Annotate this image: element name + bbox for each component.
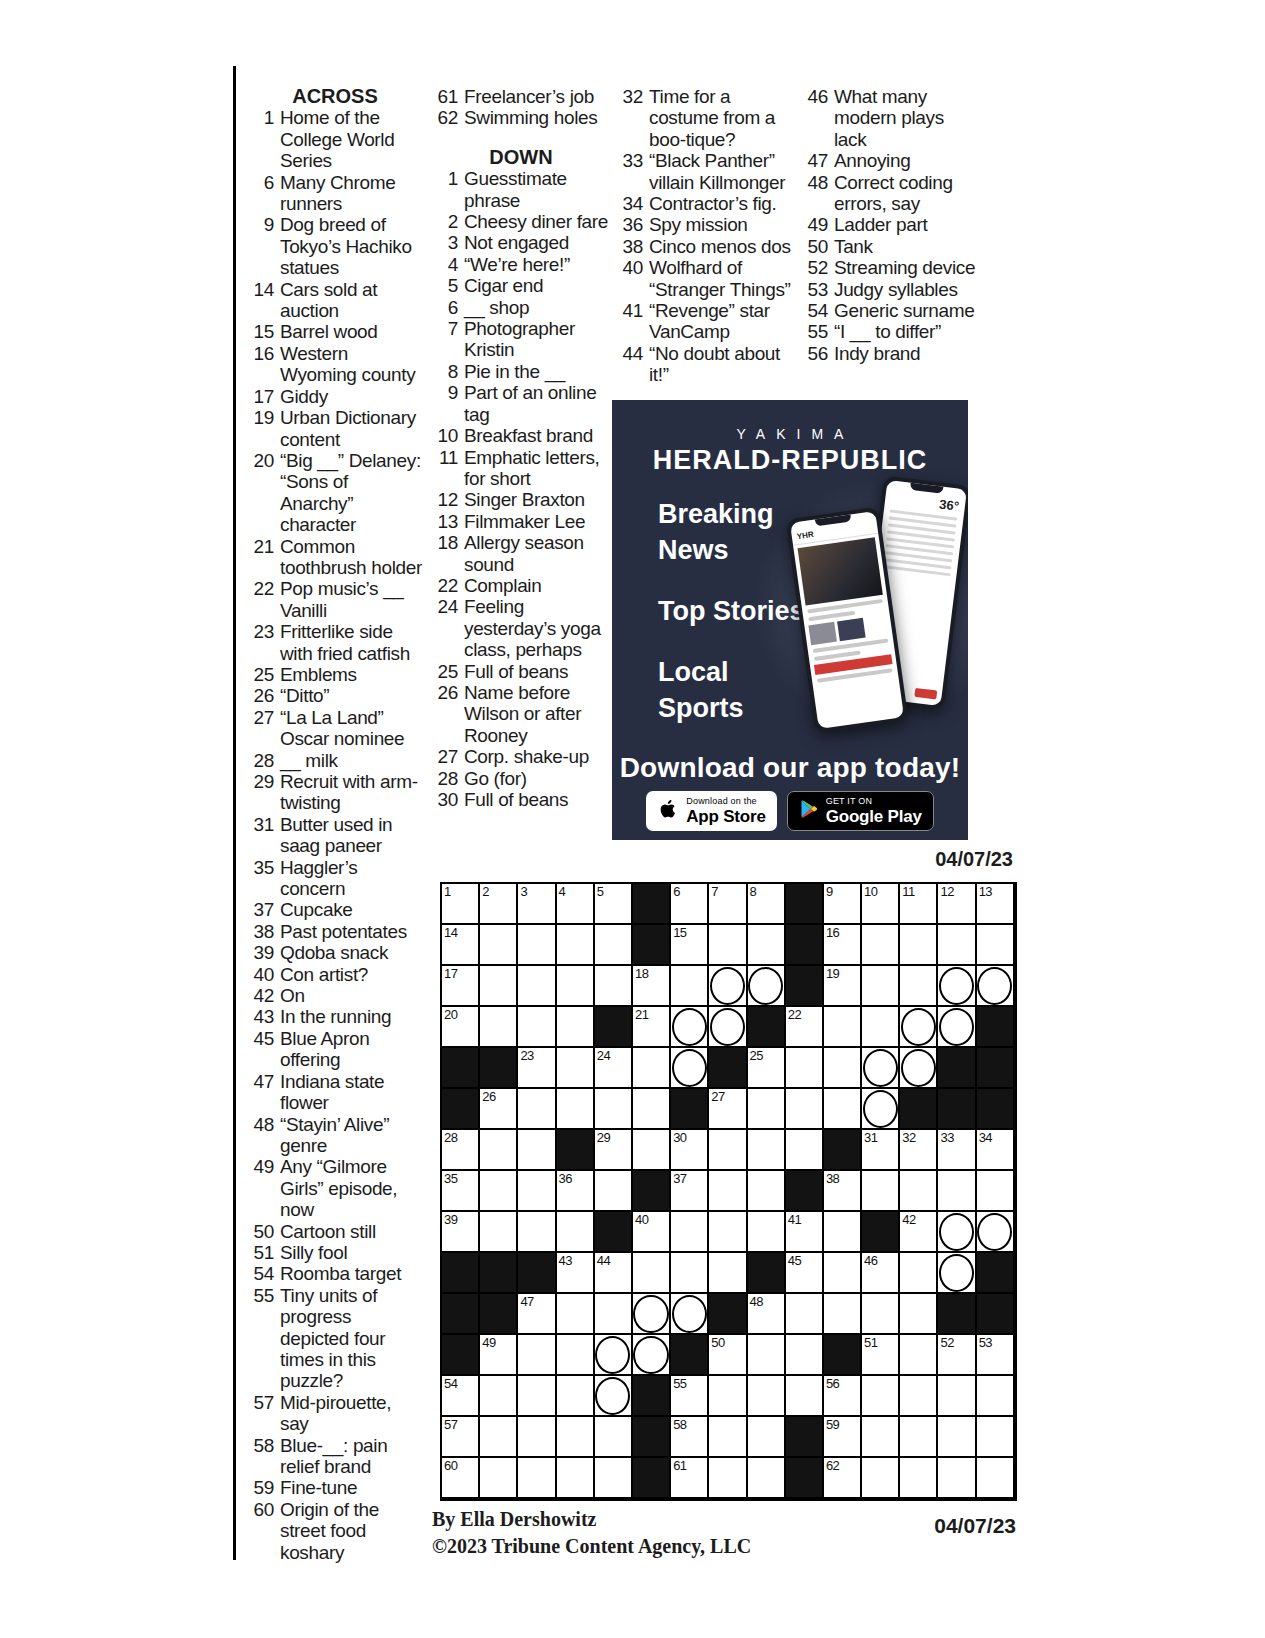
grid-cell-r8c7[interactable]: 37 [671, 1171, 709, 1212]
clue-number: 49 [247, 1156, 274, 1220]
grid-cell-r9c8[interactable] [709, 1212, 747, 1253]
grid-cell-r13c5[interactable] [595, 1376, 633, 1417]
grid-cell-r7c15[interactable]: 34 [977, 1130, 1015, 1171]
cell-number: 33 [940, 1130, 953, 1145]
grid-cell-r1c11[interactable]: 9 [824, 884, 862, 925]
cell-number: 18 [635, 966, 648, 981]
grid-cell-r2c15[interactable] [977, 925, 1015, 966]
grid-cell-r4c14[interactable] [938, 1007, 976, 1048]
grid-cell-r4c10[interactable]: 22 [786, 1007, 824, 1048]
grid-cell-r12c14[interactable]: 52 [938, 1335, 976, 1376]
cell-number: 20 [444, 1007, 457, 1022]
grid-cell-r15c13[interactable] [900, 1458, 938, 1499]
clue-list-header-across: ACROSS [247, 86, 423, 107]
grid-cell-r1c1[interactable]: 1 [442, 884, 480, 925]
clue-b-28: 28Go (for) [431, 768, 611, 789]
grid-cell-r1c13[interactable]: 11 [900, 884, 938, 925]
clue-text: Roomba target [280, 1263, 423, 1284]
grid-cell-r4c12[interactable] [862, 1007, 900, 1048]
clue-text: Emblems [280, 664, 423, 685]
grid-cell-r7c2[interactable] [480, 1130, 518, 1171]
clue-b-62: 62Swimming holes [431, 107, 611, 128]
grid-cell-r10c7[interactable] [671, 1253, 709, 1294]
grid-cell-r12c15[interactable]: 53 [977, 1335, 1015, 1376]
grid-cell-r15c15[interactable] [977, 1458, 1015, 1499]
grid-cell-r12c6[interactable] [633, 1335, 671, 1376]
grid-cell-r15c6 [633, 1458, 671, 1499]
grid-cell-r4c4[interactable] [557, 1007, 595, 1048]
clue-text: Dog breed of Tokyo’s Hachiko statues [280, 214, 423, 278]
cell-number: 26 [482, 1089, 495, 1104]
grid-cell-r5c9[interactable]: 25 [748, 1048, 786, 1089]
grid-cell-r10c4[interactable]: 43 [557, 1253, 595, 1294]
grid-cell-r6c11[interactable] [824, 1089, 862, 1130]
grid-cell-r10c13[interactable] [900, 1253, 938, 1294]
grid-cell-r2c4[interactable] [557, 925, 595, 966]
clue-a-37: 37Cupcake [247, 899, 423, 920]
grid-cell-r10c5[interactable]: 44 [595, 1253, 633, 1294]
grid-cell-r3c11[interactable]: 19 [824, 966, 862, 1007]
clue-number: 27 [247, 707, 274, 750]
grid-cell-r11c11[interactable] [824, 1294, 862, 1335]
grid-cell-r14c12[interactable] [862, 1417, 900, 1458]
clue-number: 9 [247, 214, 274, 278]
grid-cell-r12c4[interactable] [557, 1335, 595, 1376]
store-badges: Download on the App Store GET IT ON Goog… [612, 791, 968, 831]
clue-number: 25 [431, 661, 458, 682]
grid-cell-r14c8[interactable] [709, 1417, 747, 1458]
grid-cell-r9c10[interactable]: 41 [786, 1212, 824, 1253]
cell-number: 54 [444, 1376, 457, 1391]
clue-text: Singer Braxton [464, 489, 611, 510]
grid-cell-r6c3[interactable] [518, 1089, 556, 1130]
clue-number: 20 [247, 450, 274, 536]
cell-number: 44 [597, 1253, 610, 1268]
grid-cell-r3c3[interactable] [518, 966, 556, 1007]
grid-cell-r6c15 [977, 1089, 1015, 1130]
grid-cell-r13c9[interactable] [748, 1376, 786, 1417]
grid-cell-r2c11[interactable]: 16 [824, 925, 862, 966]
grid-cell-r13c6 [633, 1376, 671, 1417]
clue-number: 61 [431, 86, 458, 107]
grid-cell-r4c7[interactable] [671, 1007, 709, 1048]
grid-cell-r7c7[interactable]: 30 [671, 1130, 709, 1171]
cell-number: 62 [826, 1458, 839, 1473]
grid-cell-r15c9[interactable] [748, 1458, 786, 1499]
grid-cell-r11c13[interactable] [900, 1294, 938, 1335]
grid-cell-r11c9[interactable]: 48 [748, 1294, 786, 1335]
grid-cell-r7c6[interactable] [633, 1130, 671, 1171]
grid-cell-r9c1[interactable]: 39 [442, 1212, 480, 1253]
grid-cell-r10c12[interactable]: 46 [862, 1253, 900, 1294]
grid-cell-r11c8 [709, 1294, 747, 1335]
grid-cell-r3c6[interactable]: 18 [633, 966, 671, 1007]
clue-text: Recruit with arm-twisting [280, 771, 423, 814]
grid-cell-r9c3[interactable] [518, 1212, 556, 1253]
grid-cell-r15c14[interactable] [938, 1458, 976, 1499]
grid-cell-r10c8[interactable] [709, 1253, 747, 1294]
grid-cell-r2c14[interactable] [938, 925, 976, 966]
grid-cell-r7c5[interactable]: 29 [595, 1130, 633, 1171]
grid-cell-r9c14[interactable] [938, 1212, 976, 1253]
circle-marker [672, 1049, 707, 1087]
clue-text: Cartoon still [280, 1221, 423, 1242]
grid-cell-r3c2[interactable] [480, 966, 518, 1007]
grid-cell-r11c6[interactable] [633, 1294, 671, 1335]
grid-cell-r14c7[interactable]: 58 [671, 1417, 709, 1458]
grid-cell-r6c4[interactable] [557, 1089, 595, 1130]
clue-number: 58 [247, 1435, 274, 1478]
grid-cell-r13c7[interactable]: 55 [671, 1376, 709, 1417]
grid-cell-r7c1[interactable]: 28 [442, 1130, 480, 1171]
cell-number: 29 [597, 1130, 610, 1145]
google-play-badge-big-text: Google Play [826, 808, 922, 825]
grid-cell-r12c11 [824, 1335, 862, 1376]
grid-cell-r11c3[interactable]: 47 [518, 1294, 556, 1335]
cell-number: 55 [673, 1376, 686, 1391]
grid-cell-r4c11[interactable] [824, 1007, 862, 1048]
grid-cell-r13c14[interactable] [938, 1376, 976, 1417]
grid-cell-r3c1[interactable]: 17 [442, 966, 480, 1007]
clue-number: 32 [616, 86, 643, 150]
circle-marker [939, 1213, 974, 1251]
grid-cell-r5c3[interactable]: 23 [518, 1048, 556, 1089]
clue-text: Indy brand [834, 343, 976, 364]
grid-cell-r7c3[interactable] [518, 1130, 556, 1171]
cell-number: 3 [520, 884, 527, 899]
grid-cell-r8c14[interactable] [938, 1171, 976, 1212]
grid-cell-r5c4[interactable] [557, 1048, 595, 1089]
clue-number: 5 [431, 275, 458, 296]
grid-cell-r10c11[interactable] [824, 1253, 862, 1294]
grid-cell-r2c2[interactable] [480, 925, 518, 966]
grid-cell-r10c6[interactable] [633, 1253, 671, 1294]
grid-cell-r12c10[interactable] [786, 1335, 824, 1376]
grid-cell-r9c6[interactable]: 40 [633, 1212, 671, 1253]
cell-number: 7 [711, 884, 718, 899]
circle-marker [710, 1008, 745, 1046]
clue-d-54: 54Generic surname [801, 300, 976, 321]
grid-cell-r15c8[interactable] [709, 1458, 747, 1499]
grid-cell-r8c9[interactable] [748, 1171, 786, 1212]
grid-cell-r5c11[interactable] [824, 1048, 862, 1089]
grid-cell-r3c14[interactable] [938, 966, 976, 1007]
cell-number: 21 [635, 1007, 648, 1022]
clue-number: 7 [431, 318, 458, 361]
grid-cell-r8c11[interactable]: 38 [824, 1171, 862, 1212]
clue-number: 33 [616, 150, 643, 193]
clue-a-25: 25Emblems [247, 664, 423, 685]
grid-cell-r1c14[interactable]: 12 [938, 884, 976, 925]
clue-b-1: 1Guesstimate phrase [431, 168, 611, 211]
grid-cell-r13c15[interactable] [977, 1376, 1015, 1417]
clue-number: 42 [247, 985, 274, 1006]
grid-cell-r5c7[interactable] [671, 1048, 709, 1089]
cell-number: 27 [711, 1089, 724, 1104]
cell-number: 37 [673, 1171, 686, 1186]
grid-cell-r6c1 [442, 1089, 480, 1130]
cell-number: 38 [826, 1171, 839, 1186]
grid-cell-r10c10[interactable]: 45 [786, 1253, 824, 1294]
clue-text: Cigar end [464, 275, 611, 296]
grid-cell-r12c3[interactable] [518, 1335, 556, 1376]
grid-cell-r15c1[interactable]: 60 [442, 1458, 480, 1499]
grid-cell-r1c2[interactable]: 2 [480, 884, 518, 925]
grid-cell-r6c8[interactable]: 27 [709, 1089, 747, 1130]
grid-cell-r8c5[interactable] [595, 1171, 633, 1212]
grid-cell-r2c8[interactable] [709, 925, 747, 966]
clue-text: Tiny units of progress depicted four tim… [280, 1285, 423, 1392]
grid-cell-r13c4[interactable] [557, 1376, 595, 1417]
grid-cell-r11c12[interactable] [862, 1294, 900, 1335]
clue-text: Cupcake [280, 899, 423, 920]
grid-cell-r12c5[interactable] [595, 1335, 633, 1376]
grid-cell-r5c13[interactable] [900, 1048, 938, 1089]
grid-cell-r1c15[interactable]: 13 [977, 884, 1015, 925]
grid-cell-r8c12[interactable] [862, 1171, 900, 1212]
grid-cell-r4c6[interactable]: 21 [633, 1007, 671, 1048]
clue-d-46: 46What many modern plays lack [801, 86, 976, 150]
grid-cell-r7c13[interactable]: 32 [900, 1130, 938, 1171]
grid-cell-r2c3[interactable] [518, 925, 556, 966]
google-play-badge[interactable]: GET IT ON Google Play [787, 791, 934, 831]
grid-cell-r13c1[interactable]: 54 [442, 1376, 480, 1417]
clue-number: 3 [431, 232, 458, 253]
grid-cell-r3c7[interactable] [671, 966, 709, 1007]
clue-b-5: 5Cigar end [431, 275, 611, 296]
grid-cell-r3c8[interactable] [709, 966, 747, 1007]
grid-cell-r7c4 [557, 1130, 595, 1171]
clue-a-19: 19Urban Dictionary content [247, 407, 423, 450]
clue-text: Past potentates [280, 921, 423, 942]
grid-cell-r9c4[interactable] [557, 1212, 595, 1253]
grid-cell-r1c12[interactable]: 10 [862, 884, 900, 925]
grid-cell-r5c1 [442, 1048, 480, 1089]
grid-cell-r13c11[interactable]: 56 [824, 1376, 862, 1417]
grid-cell-r5c2 [480, 1048, 518, 1089]
grid-cell-r7c9[interactable] [748, 1130, 786, 1171]
grid-cell-r9c7[interactable] [671, 1212, 709, 1253]
grid-cell-r4c1[interactable]: 20 [442, 1007, 480, 1048]
clue-b-22: 22Complain [431, 575, 611, 596]
clue-text: Cars sold at auction [280, 279, 423, 322]
grid-cell-r15c7[interactable]: 61 [671, 1458, 709, 1499]
grid-cell-r15c4[interactable] [557, 1458, 595, 1499]
clue-text: Go (for) [464, 768, 611, 789]
grid-cell-r5c12[interactable] [862, 1048, 900, 1089]
grid-cell-r2c7[interactable]: 15 [671, 925, 709, 966]
grid-cell-r4c2[interactable] [480, 1007, 518, 1048]
news-hero-image [798, 537, 883, 605]
grid-cell-r14c13[interactable] [900, 1417, 938, 1458]
grid-cell-r14c3[interactable] [518, 1417, 556, 1458]
grid-cell-r6c6[interactable] [633, 1089, 671, 1130]
clue-number: 14 [247, 279, 274, 322]
grid-cell-r5c5[interactable]: 24 [595, 1048, 633, 1089]
grid-cell-r10c14[interactable] [938, 1253, 976, 1294]
puzzle-date: 04/07/23 [700, 848, 1013, 871]
grid-cell-r11c15 [977, 1294, 1015, 1335]
grid-cell-r13c10[interactable] [786, 1376, 824, 1417]
grid-cell-r13c13[interactable] [900, 1376, 938, 1417]
grid-cell-r15c12[interactable] [862, 1458, 900, 1499]
clue-number: 21 [247, 536, 274, 579]
circle-marker [595, 1377, 630, 1415]
clue-number: 9 [431, 382, 458, 425]
grid-cell-r13c12[interactable] [862, 1376, 900, 1417]
grid-cell-r1c7[interactable]: 6 [671, 884, 709, 925]
clue-text: Ladder part [834, 214, 976, 235]
grid-cell-r11c7[interactable] [671, 1294, 709, 1335]
grid-cell-r9c2[interactable] [480, 1212, 518, 1253]
grid-cell-r12c8[interactable]: 50 [709, 1335, 747, 1376]
grid-cell-r6c9[interactable] [748, 1089, 786, 1130]
clue-b-13: 13Filmmaker Lee [431, 511, 611, 532]
clue-number: 13 [431, 511, 458, 532]
clue-number: 57 [247, 1392, 274, 1435]
grid-cell-r9c13[interactable]: 42 [900, 1212, 938, 1253]
grid-cell-r3c5[interactable] [595, 966, 633, 1007]
cell-number: 11 [902, 884, 915, 899]
grid-cell-r10c9 [748, 1253, 786, 1294]
grid-cell-r6c5[interactable] [595, 1089, 633, 1130]
grid-cell-r8c2[interactable] [480, 1171, 518, 1212]
clue-text: __ milk [280, 750, 423, 771]
grid-cell-r13c2[interactable] [480, 1376, 518, 1417]
grid-cell-r6c2[interactable]: 26 [480, 1089, 518, 1130]
grid-cell-r7c14[interactable]: 33 [938, 1130, 976, 1171]
grid-cell-r3c4[interactable] [557, 966, 595, 1007]
grid-cell-r2c9[interactable] [748, 925, 786, 966]
clue-number: 31 [247, 814, 274, 857]
clue-a-42: 42On [247, 985, 423, 1006]
grid-cell-r7c8[interactable] [709, 1130, 747, 1171]
grid-cell-r3c15[interactable] [977, 966, 1015, 1007]
clue-a-20: 20“Big __” Delaney: “Sons of Anarchy” ch… [247, 450, 423, 536]
grid-cell-r4c15 [977, 1007, 1015, 1048]
clue-d-52: 52Streaming device [801, 257, 976, 278]
grid-cell-r6c12[interactable] [862, 1089, 900, 1130]
grid-cell-r14c11[interactable]: 59 [824, 1417, 862, 1458]
grid-cell-r8c3[interactable] [518, 1171, 556, 1212]
grid-cell-r2c1[interactable]: 14 [442, 925, 480, 966]
grid-cell-r2c13[interactable] [900, 925, 938, 966]
grid-cell-r4c3[interactable] [518, 1007, 556, 1048]
grid-cell-r14c10 [786, 1417, 824, 1458]
grid-cell-r12c2[interactable]: 49 [480, 1335, 518, 1376]
grid-cell-r14c4[interactable] [557, 1417, 595, 1458]
grid-cell-r1c8[interactable]: 7 [709, 884, 747, 925]
grid-cell-r13c8[interactable] [709, 1376, 747, 1417]
cell-number: 32 [902, 1130, 915, 1145]
grid-cell-r1c4[interactable]: 4 [557, 884, 595, 925]
grid-cell-r9c9[interactable] [748, 1212, 786, 1253]
clue-a-50: 50Cartoon still [247, 1221, 423, 1242]
grid-cell-r12c12[interactable]: 51 [862, 1335, 900, 1376]
grid-cell-r8c1[interactable]: 35 [442, 1171, 480, 1212]
grid-cell-r1c3[interactable]: 3 [518, 884, 556, 925]
grid-cell-r8c13[interactable] [900, 1171, 938, 1212]
cell-number: 14 [444, 925, 457, 940]
clue-text: Breakfast brand [464, 425, 611, 446]
clue-number: 44 [616, 343, 643, 386]
app-promo-ad[interactable]: YAKIMA HERALD-REPUBLIC Breaking News Top… [612, 400, 968, 840]
grid-cell-r4c8[interactable] [709, 1007, 747, 1048]
circle-marker [748, 967, 783, 1005]
clue-number: 43 [247, 1006, 274, 1027]
grid-cell-r2c5[interactable] [595, 925, 633, 966]
grid-cell-r5c14 [938, 1048, 976, 1089]
clue-number: 6 [247, 172, 274, 215]
grid-cell-r5c6[interactable] [633, 1048, 671, 1089]
cell-number: 17 [444, 966, 457, 981]
clue-number: 48 [801, 172, 828, 215]
clue-text: Complain [464, 575, 611, 596]
clue-number: 25 [247, 664, 274, 685]
grid-cell-r15c2[interactable] [480, 1458, 518, 1499]
clue-text: Fine-tune [280, 1477, 423, 1498]
grid-cell-r7c12[interactable]: 31 [862, 1130, 900, 1171]
grid-cell-r9c11[interactable] [824, 1212, 862, 1253]
grid-cell-r11c5[interactable] [595, 1294, 633, 1335]
grid-cell-r3c13[interactable] [900, 966, 938, 1007]
grid-cell-r15c11[interactable]: 62 [824, 1458, 862, 1499]
clue-text: Con artist? [280, 964, 423, 985]
grid-cell-r8c4[interactable]: 36 [557, 1171, 595, 1212]
grid-cell-r2c12[interactable] [862, 925, 900, 966]
grid-cell-r1c5[interactable]: 5 [595, 884, 633, 925]
grid-cell-r9c15[interactable] [977, 1212, 1015, 1253]
clue-a-49: 49Any “Gilmore Girls” episode, now [247, 1156, 423, 1220]
grid-cell-r13c3[interactable] [518, 1376, 556, 1417]
grid-cell-r6c10[interactable] [786, 1089, 824, 1130]
grid-cell-r12c13[interactable] [900, 1335, 938, 1376]
clue-a-35: 35Haggler’s concern [247, 857, 423, 900]
grid-cell-r11c10[interactable] [786, 1294, 824, 1335]
grid-cell-r3c9[interactable] [748, 966, 786, 1007]
grid-cell-r15c5[interactable] [595, 1458, 633, 1499]
grid-cell-r14c1[interactable]: 57 [442, 1417, 480, 1458]
grid-cell-r8c8[interactable] [709, 1171, 747, 1212]
grid-cell-r14c15[interactable] [977, 1417, 1015, 1458]
grid-cell-r14c5[interactable] [595, 1417, 633, 1458]
grid-cell-r12c9[interactable] [748, 1335, 786, 1376]
clue-text: “We’re here!” [464, 254, 611, 275]
grid-cell-r5c10[interactable] [786, 1048, 824, 1089]
grid-cell-r9c5 [595, 1212, 633, 1253]
app-store-badge[interactable]: Download on the App Store [646, 791, 776, 831]
clue-a-51: 51Silly fool [247, 1242, 423, 1263]
grid-cell-r3c12[interactable] [862, 966, 900, 1007]
grid-cell-r7c10[interactable] [786, 1130, 824, 1171]
cell-number: 24 [597, 1048, 610, 1063]
clue-text: Qdoba snack [280, 942, 423, 963]
grid-cell-r5c15 [977, 1048, 1015, 1089]
grid-cell-r14c14[interactable] [938, 1417, 976, 1458]
grid-cell-r15c3[interactable] [518, 1458, 556, 1499]
grid-cell-r14c2[interactable] [480, 1417, 518, 1458]
grid-cell-r10c1 [442, 1253, 480, 1294]
grid-cell-r11c4[interactable] [557, 1294, 595, 1335]
grid-cell-r14c9[interactable] [748, 1417, 786, 1458]
clue-b-3: 3Not engaged [431, 232, 611, 253]
grid-cell-r1c9[interactable]: 8 [748, 884, 786, 925]
clue-a-9: 9Dog breed of Tokyo’s Hachiko statues [247, 214, 423, 278]
grid-cell-r4c13[interactable] [900, 1007, 938, 1048]
clue-text: Full of beans [464, 789, 611, 810]
grid-cell-r5c8 [709, 1048, 747, 1089]
grid-cell-r8c15[interactable] [977, 1171, 1015, 1212]
